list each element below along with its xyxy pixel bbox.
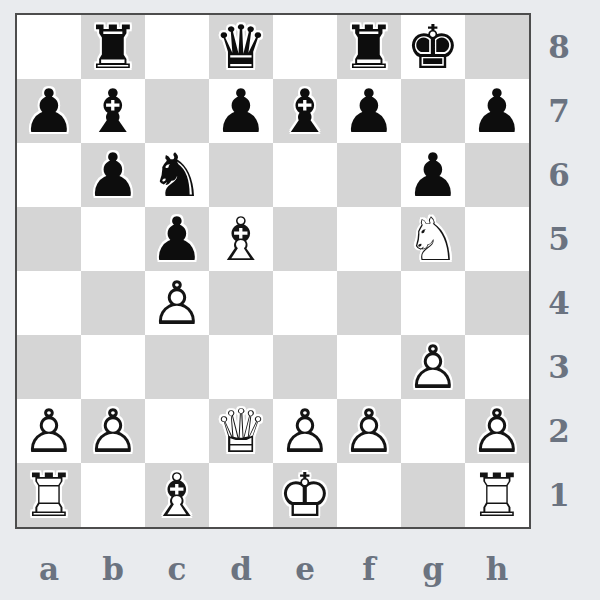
- square-e2[interactable]: ♟♙: [273, 399, 337, 463]
- square-h4[interactable]: [465, 271, 529, 335]
- piece-black-king: ♚: [401, 15, 465, 79]
- piece-white-pawn: ♙: [17, 399, 81, 463]
- square-d1[interactable]: [209, 463, 273, 527]
- piece-black-knight: ♞: [145, 143, 209, 207]
- piece-black-pawn: ♟: [145, 207, 209, 271]
- file-label-g: g: [401, 540, 465, 598]
- square-b1[interactable]: [81, 463, 145, 527]
- file-label-f: f: [337, 540, 401, 598]
- piece-black-pawn: ♟: [17, 79, 81, 143]
- file-label-a: a: [17, 540, 81, 598]
- square-a1[interactable]: ♜♖: [17, 463, 81, 527]
- square-b5[interactable]: [81, 207, 145, 271]
- piece-white-rook: ♖: [465, 463, 529, 527]
- square-b8[interactable]: ♜: [81, 15, 145, 79]
- piece-black-pawn: ♟: [337, 79, 401, 143]
- piece-white-king-fill: ♚: [273, 463, 337, 527]
- file-labels: abcdefgh: [17, 540, 529, 598]
- piece-white-pawn: ♙: [273, 399, 337, 463]
- square-c7[interactable]: [145, 79, 209, 143]
- piece-white-pawn: ♙: [337, 399, 401, 463]
- square-f5[interactable]: [337, 207, 401, 271]
- piece-black-bishop: ♝: [273, 79, 337, 143]
- square-a6[interactable]: [17, 143, 81, 207]
- piece-white-pawn-fill: ♟: [401, 335, 465, 399]
- square-g4[interactable]: [401, 271, 465, 335]
- square-b3[interactable]: [81, 335, 145, 399]
- square-d3[interactable]: [209, 335, 273, 399]
- square-g7[interactable]: [401, 79, 465, 143]
- file-label-h: h: [465, 540, 529, 598]
- square-g8[interactable]: ♚: [401, 15, 465, 79]
- piece-white-knight: ♘: [401, 207, 465, 271]
- square-a8[interactable]: [17, 15, 81, 79]
- piece-black-pawn: ♟: [465, 79, 529, 143]
- file-label-b: b: [81, 540, 145, 598]
- piece-black-bishop: ♝: [81, 79, 145, 143]
- square-h8[interactable]: [465, 15, 529, 79]
- square-f2[interactable]: ♟♙: [337, 399, 401, 463]
- square-d4[interactable]: [209, 271, 273, 335]
- rank-label-1: 1: [533, 463, 585, 527]
- square-g1[interactable]: [401, 463, 465, 527]
- piece-white-pawn: ♙: [465, 399, 529, 463]
- chess-board: ♜♛♜♚♟♝♟♝♟♟♟♞♟♟♝♗♞♘♟♙♟♙♟♙♟♙♛♕♟♙♟♙♟♙♜♖♝♗♚♔…: [15, 13, 531, 529]
- square-e5[interactable]: [273, 207, 337, 271]
- square-b7[interactable]: ♝: [81, 79, 145, 143]
- square-a5[interactable]: [17, 207, 81, 271]
- piece-white-bishop-fill: ♝: [209, 207, 273, 271]
- square-g5[interactable]: ♞♘: [401, 207, 465, 271]
- page-background: ♜♛♜♚♟♝♟♝♟♟♟♞♟♟♝♗♞♘♟♙♟♙♟♙♟♙♛♕♟♙♟♙♟♙♜♖♝♗♚♔…: [0, 0, 600, 600]
- piece-black-rook: ♜: [81, 15, 145, 79]
- piece-white-queen: ♕: [209, 399, 273, 463]
- piece-white-queen-fill: ♛: [209, 399, 273, 463]
- square-f1[interactable]: [337, 463, 401, 527]
- piece-white-pawn: ♙: [145, 271, 209, 335]
- square-d6[interactable]: [209, 143, 273, 207]
- piece-white-rook-fill: ♜: [465, 463, 529, 527]
- rank-label-4: 4: [533, 271, 585, 335]
- square-h7[interactable]: ♟: [465, 79, 529, 143]
- square-f4[interactable]: [337, 271, 401, 335]
- piece-black-rook: ♜: [337, 15, 401, 79]
- square-e8[interactable]: [273, 15, 337, 79]
- piece-white-pawn-fill: ♟: [465, 399, 529, 463]
- square-f7[interactable]: ♟: [337, 79, 401, 143]
- piece-white-pawn-fill: ♟: [273, 399, 337, 463]
- rank-label-2: 2: [533, 399, 585, 463]
- square-c4[interactable]: ♟♙: [145, 271, 209, 335]
- piece-white-pawn-fill: ♟: [81, 399, 145, 463]
- square-f6[interactable]: [337, 143, 401, 207]
- square-g2[interactable]: [401, 399, 465, 463]
- square-h3[interactable]: [465, 335, 529, 399]
- square-c6[interactable]: ♞: [145, 143, 209, 207]
- piece-white-bishop-fill: ♝: [145, 463, 209, 527]
- square-f3[interactable]: [337, 335, 401, 399]
- square-e1[interactable]: ♚♔: [273, 463, 337, 527]
- rank-label-5: 5: [533, 207, 585, 271]
- square-f8[interactable]: ♜: [337, 15, 401, 79]
- piece-white-rook-fill: ♜: [17, 463, 81, 527]
- square-g6[interactable]: ♟: [401, 143, 465, 207]
- square-c2[interactable]: [145, 399, 209, 463]
- file-label-e: e: [273, 540, 337, 598]
- square-h5[interactable]: [465, 207, 529, 271]
- piece-black-pawn: ♟: [81, 143, 145, 207]
- square-e4[interactable]: [273, 271, 337, 335]
- rank-label-8: 8: [533, 15, 585, 79]
- square-g3[interactable]: ♟♙: [401, 335, 465, 399]
- piece-black-queen: ♛: [209, 15, 273, 79]
- square-a2[interactable]: ♟♙: [17, 399, 81, 463]
- rank-labels: 87654321: [533, 15, 585, 527]
- square-e6[interactable]: [273, 143, 337, 207]
- square-d2[interactable]: ♛♕: [209, 399, 273, 463]
- square-h6[interactable]: [465, 143, 529, 207]
- rank-label-3: 3: [533, 335, 585, 399]
- square-b4[interactable]: [81, 271, 145, 335]
- file-label-d: d: [209, 540, 273, 598]
- square-a7[interactable]: ♟: [17, 79, 81, 143]
- piece-white-king: ♔: [273, 463, 337, 527]
- square-a3[interactable]: [17, 335, 81, 399]
- square-d8[interactable]: ♛: [209, 15, 273, 79]
- rank-label-7: 7: [533, 79, 585, 143]
- square-h2[interactable]: ♟♙: [465, 399, 529, 463]
- square-b6[interactable]: ♟: [81, 143, 145, 207]
- square-b2[interactable]: ♟♙: [81, 399, 145, 463]
- square-h1[interactable]: ♜♖: [465, 463, 529, 527]
- piece-white-bishop: ♗: [145, 463, 209, 527]
- square-c3[interactable]: [145, 335, 209, 399]
- piece-black-pawn: ♟: [401, 143, 465, 207]
- square-a4[interactable]: [17, 271, 81, 335]
- piece-white-bishop: ♗: [209, 207, 273, 271]
- square-d5[interactable]: ♝♗: [209, 207, 273, 271]
- piece-white-pawn: ♙: [401, 335, 465, 399]
- square-c8[interactable]: [145, 15, 209, 79]
- rank-label-6: 6: [533, 143, 585, 207]
- piece-white-pawn-fill: ♟: [145, 271, 209, 335]
- piece-white-pawn: ♙: [81, 399, 145, 463]
- square-e3[interactable]: [273, 335, 337, 399]
- piece-white-rook: ♖: [17, 463, 81, 527]
- piece-white-pawn-fill: ♟: [337, 399, 401, 463]
- square-c5[interactable]: ♟: [145, 207, 209, 271]
- file-label-c: c: [145, 540, 209, 598]
- square-d7[interactable]: ♟: [209, 79, 273, 143]
- piece-white-knight-fill: ♞: [401, 207, 465, 271]
- square-c1[interactable]: ♝♗: [145, 463, 209, 527]
- piece-black-pawn: ♟: [209, 79, 273, 143]
- square-e7[interactable]: ♝: [273, 79, 337, 143]
- piece-white-pawn-fill: ♟: [17, 399, 81, 463]
